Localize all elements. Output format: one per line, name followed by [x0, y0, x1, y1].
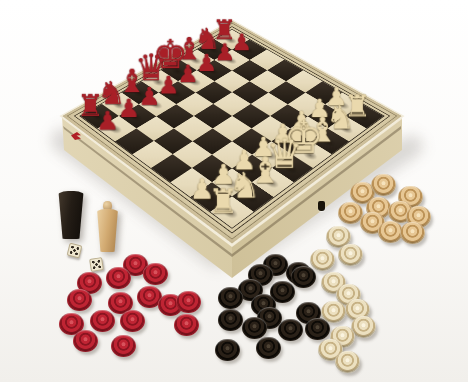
- die[interactable]: [67, 243, 83, 259]
- checker-red[interactable]: [176, 291, 201, 313]
- checker-bone[interactable]: [338, 244, 363, 266]
- photo-background: ♜♟♟♜♞♟♟♞♝♟♟♝♚♟♟♚♛♟♟♛♝♟♟♝♞♟♟♞♜♟♟♜: [0, 0, 468, 382]
- keyhole: [318, 201, 325, 211]
- checker-black[interactable]: [242, 317, 267, 339]
- checker-black[interactable]: [305, 318, 330, 340]
- checker-red[interactable]: [120, 310, 145, 332]
- die[interactable]: [89, 257, 104, 272]
- checker-bone[interactable]: [310, 249, 335, 271]
- checker-red[interactable]: [73, 330, 98, 352]
- piece-red-pawn[interactable]: ♟: [96, 108, 119, 134]
- piece-red-pawn[interactable]: ♟: [177, 62, 199, 86]
- square[interactable]: [193, 128, 232, 154]
- checker-black[interactable]: [218, 287, 243, 309]
- checker-bone[interactable]: [400, 222, 425, 244]
- checker-black[interactable]: [256, 337, 281, 359]
- dice-cup-black[interactable]: [56, 191, 86, 239]
- piece-red-pawn[interactable]: ♟: [158, 73, 180, 97]
- piece-bone-rook[interactable]: ♜: [208, 184, 239, 218]
- checker-black[interactable]: [291, 266, 316, 288]
- checker-red[interactable]: [174, 314, 199, 336]
- piece-red-pawn[interactable]: ♟: [214, 41, 235, 64]
- dice-cup-natural-body: [95, 209, 120, 252]
- checker-bone[interactable]: [378, 221, 403, 243]
- checker-black[interactable]: [278, 319, 303, 341]
- checker-bone[interactable]: [371, 174, 396, 196]
- checker-red[interactable]: [111, 335, 136, 357]
- checker-red[interactable]: [143, 263, 168, 285]
- checker-red[interactable]: [90, 310, 115, 332]
- checker-black[interactable]: [215, 339, 240, 361]
- checker-bone[interactable]: [338, 202, 363, 224]
- piece-red-pawn[interactable]: ♟: [196, 51, 217, 75]
- checker-bone[interactable]: [335, 351, 360, 373]
- dice-cup-black-body: [56, 191, 86, 239]
- piece-red-pawn[interactable]: ♟: [138, 84, 160, 109]
- checker-black[interactable]: [218, 309, 243, 331]
- checker-red[interactable]: [67, 289, 92, 311]
- checker-bone[interactable]: [321, 301, 346, 323]
- piece-red-pawn[interactable]: ♟: [117, 96, 140, 121]
- checker-red[interactable]: [106, 267, 131, 289]
- square[interactable]: [213, 116, 251, 141]
- square[interactable]: [156, 104, 194, 128]
- dice-cup-natural[interactable]: [95, 209, 120, 252]
